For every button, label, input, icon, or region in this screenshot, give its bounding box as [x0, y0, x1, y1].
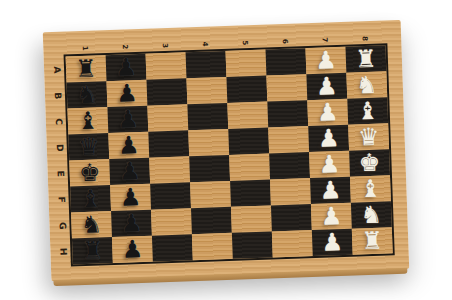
square-h2[interactable]: ♟ — [112, 235, 153, 262]
square-h4[interactable] — [192, 232, 233, 259]
photo-background: 12345678 ABCDEFGH ♜♟♟♜♞♟♟♞♝♟♟♝♛♟♟♛♚♟♟♚♝♟… — [0, 0, 452, 300]
piece-black-knight: ♞ — [80, 211, 102, 238]
piece-white-pawn: ♟ — [317, 125, 339, 152]
square-b8[interactable]: ♞ — [346, 71, 387, 98]
piece-white-pawn: ♟ — [317, 99, 339, 126]
square-f4[interactable] — [190, 180, 231, 207]
square-d4[interactable] — [188, 128, 229, 155]
file-label-d: D — [47, 140, 73, 155]
square-f7[interactable]: ♟ — [310, 176, 351, 203]
file-label-b: B — [45, 88, 71, 103]
square-e1[interactable]: ♚ — [69, 159, 110, 186]
piece-white-bishop: ♝ — [356, 97, 378, 124]
square-d6[interactable] — [268, 126, 309, 153]
square-d3[interactable] — [148, 130, 189, 157]
square-f2[interactable]: ♟ — [110, 183, 151, 210]
piece-white-pawn: ♟ — [321, 228, 343, 255]
piece-black-bishop: ♝ — [77, 107, 99, 134]
piece-black-queen: ♛ — [78, 133, 100, 160]
piece-black-pawn: ♟ — [120, 209, 142, 236]
square-b4[interactable] — [186, 76, 227, 103]
square-c6[interactable] — [267, 100, 308, 127]
square-h6[interactable] — [272, 230, 313, 257]
board-grid: ♜♟♟♜♞♟♟♞♝♟♟♝♛♟♟♛♚♟♟♚♝♟♟♝♞♟♟♞♜♟♟♜ — [64, 43, 395, 266]
rank-label-1: 1 — [79, 28, 91, 68]
piece-white-rook: ♜ — [361, 227, 383, 254]
square-d8[interactable]: ♛ — [348, 123, 389, 150]
square-e2[interactable]: ♟ — [109, 157, 150, 184]
rank-label-3: 3 — [159, 25, 171, 65]
rank-label-2: 2 — [119, 26, 131, 66]
square-g1[interactable]: ♞ — [71, 211, 112, 238]
chess-board: 12345678 ABCDEFGH ♜♟♟♜♞♟♟♞♝♟♟♝♛♟♟♛♚♟♟♚♝♟… — [43, 19, 409, 280]
square-b5[interactable] — [226, 75, 267, 102]
square-f1[interactable]: ♝ — [70, 185, 111, 212]
file-label-a: A — [44, 62, 70, 77]
square-b6[interactable] — [266, 74, 307, 101]
square-h8[interactable]: ♜ — [352, 227, 393, 254]
rank-label-4: 4 — [199, 23, 211, 63]
square-d5[interactable] — [228, 127, 269, 154]
square-c7[interactable]: ♟ — [307, 98, 348, 125]
piece-white-queen: ♛ — [357, 123, 379, 150]
square-e3[interactable] — [149, 156, 190, 183]
square-h1[interactable]: ♜ — [72, 237, 113, 264]
file-label-e: E — [47, 166, 73, 181]
piece-white-knight: ♞ — [360, 201, 382, 228]
square-e4[interactable] — [189, 154, 230, 181]
square-c8[interactable]: ♝ — [347, 97, 388, 124]
piece-white-pawn: ♟ — [316, 73, 338, 100]
file-label-c: C — [46, 114, 72, 129]
square-h7[interactable]: ♟ — [312, 228, 353, 255]
piece-black-bishop: ♝ — [79, 185, 101, 212]
file-label-f: F — [48, 192, 74, 207]
square-c5[interactable] — [227, 101, 268, 128]
piece-black-pawn: ♟ — [117, 106, 139, 133]
square-b7[interactable]: ♟ — [306, 72, 347, 99]
square-g5[interactable] — [231, 205, 272, 232]
square-f5[interactable] — [230, 179, 271, 206]
square-b3[interactable] — [146, 78, 187, 105]
square-g2[interactable]: ♟ — [111, 209, 152, 236]
piece-white-knight: ♞ — [356, 71, 378, 98]
square-c4[interactable] — [187, 102, 228, 129]
square-g4[interactable] — [191, 206, 232, 233]
square-e5[interactable] — [229, 153, 270, 180]
piece-white-king: ♚ — [358, 149, 380, 176]
square-d1[interactable]: ♛ — [68, 133, 109, 160]
square-d7[interactable]: ♟ — [308, 124, 349, 151]
square-f6[interactable] — [270, 178, 311, 205]
square-h5[interactable] — [232, 231, 273, 258]
file-label-h: H — [50, 244, 76, 259]
rank-label-6: 6 — [279, 21, 291, 61]
file-label-g: G — [49, 218, 75, 233]
piece-white-pawn: ♟ — [318, 151, 340, 178]
square-b2[interactable]: ♟ — [107, 79, 148, 106]
piece-black-knight: ♞ — [76, 81, 98, 108]
rank-label-8: 8 — [359, 18, 371, 58]
rank-label-7: 7 — [319, 19, 331, 59]
piece-black-pawn: ♟ — [118, 132, 140, 159]
square-d2[interactable]: ♟ — [108, 131, 149, 158]
piece-white-pawn: ♟ — [320, 202, 342, 229]
square-b1[interactable]: ♞ — [67, 81, 108, 108]
piece-black-pawn: ♟ — [116, 80, 138, 107]
square-c1[interactable]: ♝ — [67, 107, 108, 134]
piece-white-bishop: ♝ — [359, 175, 381, 202]
square-c2[interactable]: ♟ — [107, 105, 148, 132]
piece-black-pawn: ♟ — [118, 158, 140, 185]
square-g6[interactable] — [271, 204, 312, 231]
piece-black-pawn: ♟ — [121, 235, 143, 262]
square-h3[interactable] — [152, 234, 193, 261]
square-e7[interactable]: ♟ — [309, 150, 350, 177]
square-f3[interactable] — [150, 182, 191, 209]
square-c3[interactable] — [147, 104, 188, 131]
board-inner: 12345678 ABCDEFGH ♜♟♟♜♞♟♟♞♝♟♟♝♛♟♟♛♚♟♟♚♝♟… — [49, 32, 395, 267]
piece-black-rook: ♜ — [81, 237, 103, 264]
square-e6[interactable] — [269, 152, 310, 179]
square-g8[interactable]: ♞ — [351, 201, 392, 228]
square-g7[interactable]: ♟ — [311, 202, 352, 229]
piece-white-pawn: ♟ — [319, 177, 341, 204]
square-e8[interactable]: ♚ — [349, 149, 390, 176]
piece-black-pawn: ♟ — [119, 183, 141, 210]
rank-label-5: 5 — [239, 22, 251, 62]
square-g3[interactable] — [151, 208, 192, 235]
piece-black-king: ♚ — [78, 159, 100, 186]
square-f8[interactable]: ♝ — [350, 175, 391, 202]
